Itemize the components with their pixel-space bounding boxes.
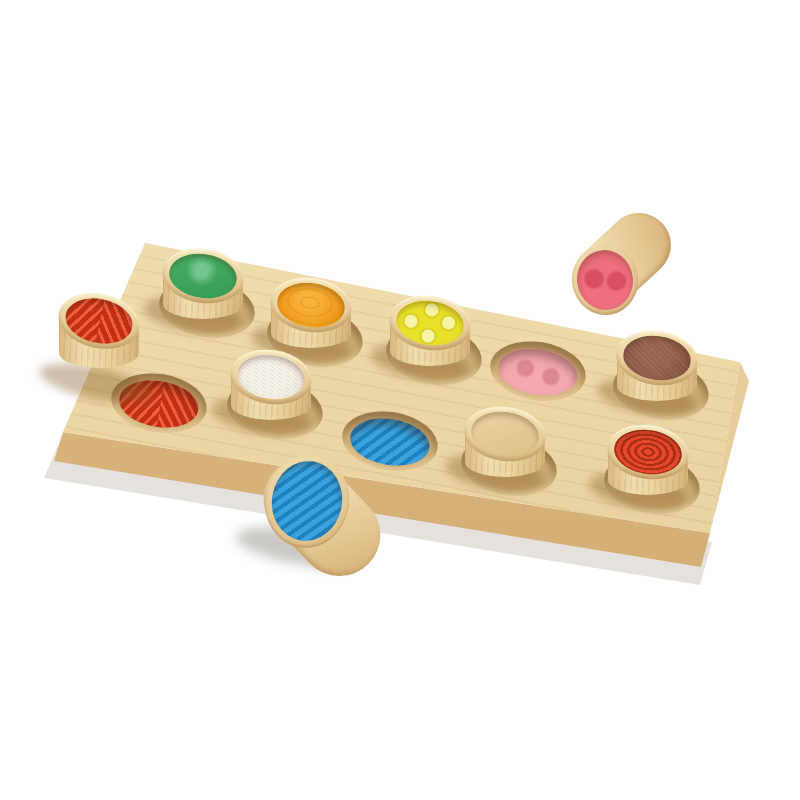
piece-plain-wood[interactable] (464, 407, 546, 505)
texture-pink-two-dots (572, 246, 638, 315)
piece-cap (227, 345, 316, 410)
texture-blue-stripes (266, 456, 349, 547)
piece-cap (604, 420, 693, 485)
piece-cap (267, 273, 356, 338)
piece-red-concentric-rings[interactable] (607, 425, 689, 523)
piece-cap (461, 402, 550, 467)
piece-cap (613, 326, 702, 391)
piece-cap (386, 291, 475, 356)
piece-green-smooth[interactable] (162, 249, 244, 347)
piece-cap (159, 244, 248, 309)
piece-red-chevron-loose[interactable] (58, 294, 140, 392)
piece-brown-sandpaper[interactable] (616, 331, 698, 429)
piece-white-foam[interactable] (230, 350, 312, 448)
piece-pink-two-dots-loose[interactable] (560, 214, 680, 334)
product-photo-scene (0, 0, 800, 800)
piece-blue-stripes-loose[interactable] (248, 444, 398, 594)
piece-yellow-four-bumps[interactable] (389, 296, 471, 394)
